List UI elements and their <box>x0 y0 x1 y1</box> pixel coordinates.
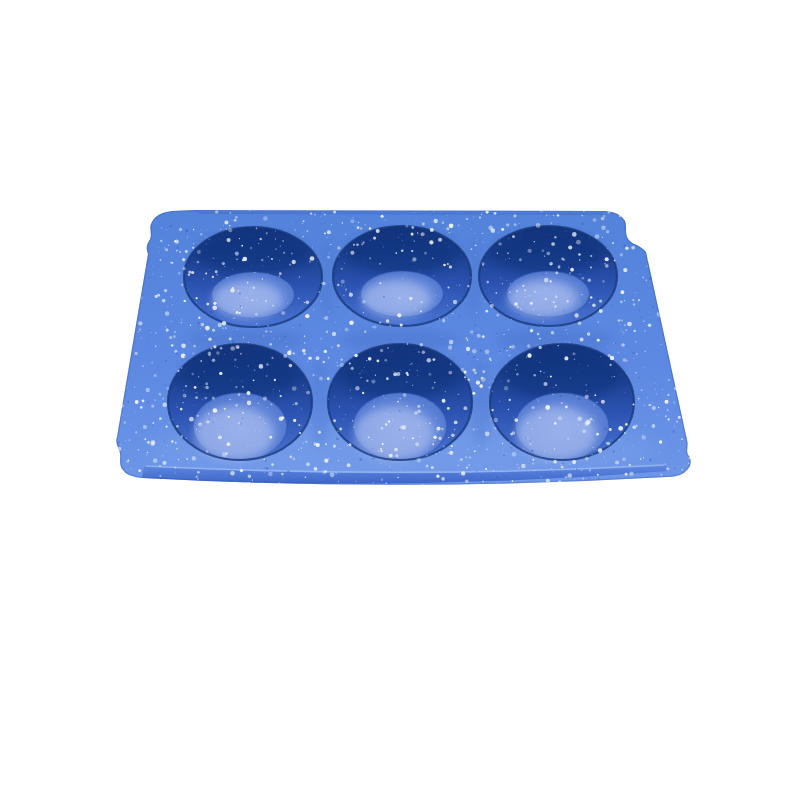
muffin-cup-r1c3 <box>479 226 617 326</box>
muffin-cup-r2c2 <box>328 344 472 461</box>
muffin-cup-r1c1 <box>184 227 322 327</box>
muffin-cup-r2c1 <box>168 344 312 461</box>
pan-root <box>100 195 700 505</box>
product-photo: Blue speckled granite-finish non-stick 6… <box>0 0 800 800</box>
top-edge-line <box>198 213 603 214</box>
muffin-pan-illustration <box>0 0 800 800</box>
muffin-cup-r1c2 <box>333 226 471 326</box>
